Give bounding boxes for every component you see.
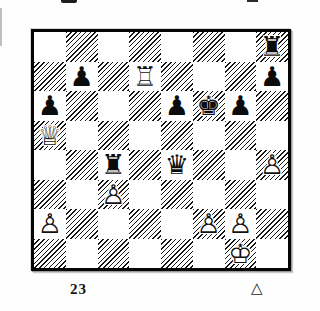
square-c5 (98, 121, 130, 151)
black-king-f6: ♚ (197, 92, 221, 119)
square-f6: ♚ (193, 91, 225, 121)
white-queen-a5: ♛♕ (38, 122, 62, 149)
square-d7: ♜♖ (129, 62, 161, 92)
scanned-diagram-page: ♜♟♜♖♟♟♟♚♟♛♕♜♛♟♙♟♙♟♙♟♙♟♙♚♔ 23 △ (0, 0, 320, 311)
square-b4 (66, 150, 98, 180)
black-rook-c4: ♜ (101, 151, 125, 178)
square-f4 (193, 150, 225, 180)
square-a6: ♟ (34, 91, 66, 121)
chess-board-frame: ♜♟♜♖♟♟♟♚♟♛♕♜♛♟♙♟♙♟♙♟♙♟♙♚♔ (31, 29, 291, 271)
square-f1 (193, 239, 225, 269)
square-g8 (225, 32, 257, 62)
square-c8 (98, 32, 130, 62)
square-b3 (66, 180, 98, 210)
black-pawn-a6: ♟ (38, 92, 62, 119)
square-e1 (161, 239, 193, 269)
square-b2 (66, 209, 98, 239)
square-a8 (34, 32, 66, 62)
square-h8: ♜ (256, 32, 288, 62)
square-h6 (256, 91, 288, 121)
square-c2 (98, 209, 130, 239)
black-pawn-g6: ♟ (228, 92, 252, 119)
white-pawn-a2: ♟♙ (38, 210, 62, 237)
square-c6 (98, 91, 130, 121)
square-b7: ♟ (66, 62, 98, 92)
white-pawn-g2: ♟♙ (228, 210, 252, 237)
square-d3 (129, 180, 161, 210)
square-a5: ♛♕ (34, 121, 66, 151)
square-a7 (34, 62, 66, 92)
square-a1 (34, 239, 66, 269)
square-d4 (129, 150, 161, 180)
square-f2: ♟♙ (193, 209, 225, 239)
square-g1: ♚♔ (225, 239, 257, 269)
square-g3 (225, 180, 257, 210)
square-a4 (34, 150, 66, 180)
square-d6 (129, 91, 161, 121)
white-king-g1: ♚♔ (228, 240, 252, 267)
square-b6 (66, 91, 98, 121)
square-c3: ♟♙ (98, 180, 130, 210)
square-e2 (161, 209, 193, 239)
white-to-move-triangle-icon: △ (251, 279, 263, 297)
square-d5 (129, 121, 161, 151)
black-pawn-e6: ♟ (165, 92, 189, 119)
chess-board: ♜♟♜♖♟♟♟♚♟♛♕♜♛♟♙♟♙♟♙♟♙♟♙♚♔ (34, 32, 288, 268)
black-pawn-h7: ♟ (260, 63, 284, 90)
square-h4: ♟♙ (256, 150, 288, 180)
diagram-number: 23 (70, 281, 87, 298)
square-a3 (34, 180, 66, 210)
white-pawn-f2: ♟♙ (197, 210, 221, 237)
square-c4: ♜ (98, 150, 130, 180)
white-pawn-c3: ♟♙ (101, 181, 125, 208)
square-e6: ♟ (161, 91, 193, 121)
square-b5 (66, 121, 98, 151)
square-h2 (256, 209, 288, 239)
cropped-text-artifact-left (61, 0, 77, 3)
white-pawn-h4: ♟♙ (260, 151, 284, 178)
square-e5 (161, 121, 193, 151)
white-rook-d7: ♜♖ (133, 63, 157, 90)
square-d8 (129, 32, 161, 62)
square-b1 (66, 239, 98, 269)
square-f5 (193, 121, 225, 151)
square-f3 (193, 180, 225, 210)
square-d2 (129, 209, 161, 239)
square-h3 (256, 180, 288, 210)
square-g6: ♟ (225, 91, 257, 121)
square-f7 (193, 62, 225, 92)
square-g4 (225, 150, 257, 180)
square-e3 (161, 180, 193, 210)
square-g7 (225, 62, 257, 92)
square-c1 (98, 239, 130, 269)
black-rook-h8: ♜ (260, 33, 284, 60)
square-e4: ♛ (161, 150, 193, 180)
black-pawn-b7: ♟ (70, 63, 94, 90)
square-h7: ♟ (256, 62, 288, 92)
square-h5 (256, 121, 288, 151)
square-c7 (98, 62, 130, 92)
square-g5 (225, 121, 257, 151)
square-d1 (129, 239, 161, 269)
square-a2: ♟♙ (34, 209, 66, 239)
square-h1 (256, 239, 288, 269)
square-e8 (161, 32, 193, 62)
cropped-text-artifact-right (247, 0, 258, 2)
scan-edge-artifact (0, 8, 2, 46)
square-b8 (66, 32, 98, 62)
square-g2: ♟♙ (225, 209, 257, 239)
square-f8 (193, 32, 225, 62)
square-e7 (161, 62, 193, 92)
black-queen-e4: ♛ (165, 151, 189, 178)
